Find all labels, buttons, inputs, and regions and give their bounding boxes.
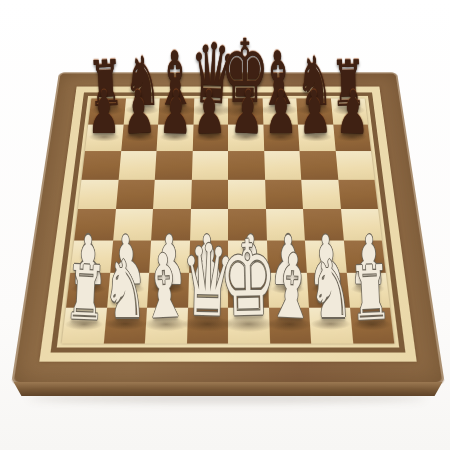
board-shadow bbox=[28, 394, 426, 402]
square-d5[interactable] bbox=[191, 179, 229, 209]
square-b5[interactable] bbox=[116, 179, 155, 209]
square-a5[interactable] bbox=[78, 179, 118, 209]
piece-black-pawn[interactable]: ♟ bbox=[297, 82, 333, 143]
square-d6[interactable] bbox=[191, 151, 228, 179]
square-g6[interactable] bbox=[299, 151, 337, 179]
piece-black-pawn[interactable]: ♟ bbox=[193, 82, 227, 143]
square-b6[interactable] bbox=[118, 151, 156, 179]
square-h5[interactable] bbox=[338, 179, 378, 209]
piece-black-pawn[interactable]: ♟ bbox=[121, 82, 157, 143]
piece-black-pawn[interactable]: ♟ bbox=[265, 83, 298, 143]
square-f5[interactable] bbox=[265, 179, 303, 209]
piece-black-pawn[interactable]: ♟ bbox=[88, 83, 121, 143]
square-e5[interactable] bbox=[228, 179, 266, 209]
piece-black-pawn[interactable]: ♟ bbox=[158, 82, 192, 143]
piece-white-rook[interactable]: ♜ bbox=[64, 255, 109, 332]
square-e6[interactable] bbox=[228, 151, 265, 179]
square-f6[interactable] bbox=[264, 151, 301, 179]
square-g5[interactable] bbox=[301, 179, 340, 209]
photo-stage: ♜♞♝♛♚♝♞♜♟♟♟♟♟♟♟♟♟♟♟♟♟♟♟♟♜♞♝♛♚♝♞♜ bbox=[0, 0, 450, 450]
piece-black-pawn[interactable]: ♟ bbox=[335, 82, 369, 143]
piece-white-knight[interactable]: ♞ bbox=[308, 250, 352, 330]
piece-white-rook[interactable]: ♜ bbox=[348, 255, 393, 332]
square-a6[interactable] bbox=[82, 151, 121, 179]
square-h6[interactable] bbox=[335, 151, 374, 179]
square-c5[interactable] bbox=[153, 179, 191, 209]
piece-black-pawn[interactable]: ♟ bbox=[229, 82, 265, 143]
square-c6[interactable] bbox=[155, 151, 192, 179]
